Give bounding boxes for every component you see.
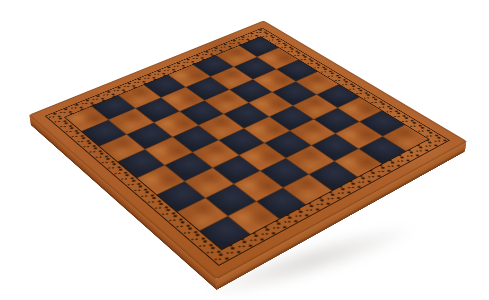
square-g5 xyxy=(287,146,333,174)
square-f2 xyxy=(186,168,233,197)
square-e1 xyxy=(137,165,184,194)
photo-canvas xyxy=(0,0,489,300)
square-f4 xyxy=(240,143,286,170)
square-h7 xyxy=(359,137,405,164)
square-g6 xyxy=(312,134,358,161)
square-d1 xyxy=(118,150,164,178)
square-e4 xyxy=(219,128,264,154)
square-h3 xyxy=(257,188,306,219)
square-g1 xyxy=(178,198,227,230)
board-top-face xyxy=(28,21,467,280)
square-h6 xyxy=(335,149,382,177)
square-f5 xyxy=(266,131,311,157)
square-e3 xyxy=(193,140,239,167)
scene xyxy=(0,0,489,300)
square-h5 xyxy=(310,161,357,190)
board-grid xyxy=(64,36,430,250)
square-e2 xyxy=(165,153,211,181)
square-h2 xyxy=(229,202,279,234)
square-d2 xyxy=(146,137,191,164)
square-g2 xyxy=(207,185,255,215)
square-h4 xyxy=(284,174,332,204)
square-g3 xyxy=(234,171,282,200)
square-c1 xyxy=(100,135,145,162)
square-d3 xyxy=(173,126,218,152)
square-h8 xyxy=(383,125,428,151)
square-h1 xyxy=(200,216,250,249)
chessboard xyxy=(28,21,467,280)
square-f1 xyxy=(157,182,205,212)
square-f3 xyxy=(213,156,260,184)
square-g4 xyxy=(261,158,308,186)
